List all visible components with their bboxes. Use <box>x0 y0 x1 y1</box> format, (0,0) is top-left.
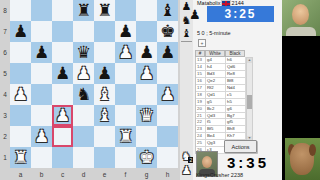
move-row[interactable]: 23Bf5Bh8 <box>196 126 246 133</box>
piece-bp-b6[interactable]: ♟ <box>31 42 52 63</box>
piece-br-d8[interactable]: ♜ <box>73 0 94 21</box>
piece-bq-d6[interactable]: ♛ <box>73 42 94 63</box>
square-a7[interactable]: ♟ <box>10 21 31 42</box>
move-row[interactable]: 18Qd1c5 <box>196 92 246 99</box>
piece-wp-g5[interactable]: ♟ <box>136 63 157 84</box>
piece-wp-h4[interactable]: ♟ <box>157 84 178 105</box>
bottom-player-name: KingsCrusher <box>196 172 229 178</box>
square-b8[interactable] <box>31 0 52 21</box>
black-move[interactable]: Qd6 <box>226 64 246 70</box>
move-header-white: White <box>205 50 225 57</box>
move-row[interactable]: 19g5h5 <box>196 99 246 106</box>
piece-wp-d5[interactable]: ♟ <box>73 63 94 84</box>
white-move[interactable]: Bc2 <box>206 106 226 112</box>
piece-bp-f7[interactable]: ♟ <box>115 21 136 42</box>
piece-bk-h7[interactable]: ♚ <box>157 21 178 42</box>
white-move[interactable]: h4 <box>206 64 226 70</box>
square-c5[interactable]: ♟ <box>52 63 73 84</box>
captured-black-bishop-icon: ♝ <box>180 27 193 40</box>
piece-wp-c3[interactable]: ♟ <box>52 105 73 126</box>
piece-bp-c5[interactable]: ♟ <box>52 63 73 84</box>
square-e1[interactable] <box>94 147 115 168</box>
time-control-label: 5 0 ; 5-minute <box>197 30 231 36</box>
white-move[interactable]: f5 <box>206 119 226 125</box>
square-c8[interactable] <box>52 0 73 21</box>
file-label-c: c <box>52 169 73 180</box>
square-h1[interactable] <box>157 147 178 168</box>
square-d1[interactable] <box>73 147 94 168</box>
file-label-h: h <box>157 169 178 180</box>
move-number: 20 <box>196 106 206 112</box>
square-b7[interactable] <box>31 21 52 42</box>
bottom-player-row: KingsCrusher 2238 <box>196 172 243 178</box>
square-d4[interactable]: ♞ <box>73 84 94 105</box>
square-e3[interactable]: ♝ <box>94 105 115 126</box>
black-move[interactable]: Bh8 <box>226 126 246 132</box>
square-b3[interactable] <box>31 105 52 126</box>
square-h6[interactable]: ♟ <box>157 42 178 63</box>
bottom-webcam-thumbnail <box>285 138 320 180</box>
piece-wq-g3[interactable]: ♛ <box>136 105 157 126</box>
square-g8[interactable] <box>136 0 157 21</box>
square-e6[interactable] <box>94 42 115 63</box>
scrollbar-thumb[interactable] <box>247 95 252 109</box>
square-g5[interactable]: ♟ <box>136 63 157 84</box>
square-e2[interactable] <box>94 126 115 147</box>
square-a2[interactable] <box>10 126 31 147</box>
square-e4[interactable]: ♝ <box>94 84 115 105</box>
white-move[interactable]: Bf5 <box>206 126 226 132</box>
square-h3[interactable] <box>157 105 178 126</box>
white-move[interactable]: Qe2 <box>206 78 226 84</box>
move-row[interactable]: 13g4h6 <box>196 57 246 64</box>
square-b5[interactable] <box>31 63 52 84</box>
move-number: 21 <box>196 113 206 119</box>
piece-wp-f6[interactable]: ♟ <box>115 42 136 63</box>
piece-wr-a1[interactable]: ♜ <box>10 147 31 168</box>
top-webcam-thumbnail <box>282 0 320 36</box>
square-d7[interactable] <box>73 21 94 42</box>
move-number: 18 <box>196 92 206 98</box>
square-f6[interactable]: ♟ <box>115 42 136 63</box>
move-row[interactable]: 14h4Qd6 <box>196 64 246 71</box>
piece-bb-h8[interactable]: ♝ <box>157 0 178 21</box>
move-header-number: # <box>195 50 205 57</box>
black-move[interactable]: g6 <box>226 106 246 112</box>
piece-wb-e4[interactable]: ♝ <box>94 84 115 105</box>
square-e8[interactable]: ♜ <box>94 0 115 21</box>
presenter-face <box>292 4 309 25</box>
black-move[interactable]: Bf8 <box>226 78 246 84</box>
captured-white-pawn-icon: ♟ <box>180 164 193 177</box>
move-row[interactable]: 21Qd3Bg7 <box>196 113 246 120</box>
move-header-black: Black <box>225 50 245 57</box>
square-f1[interactable] <box>115 147 136 168</box>
move-number: 22 <box>196 119 206 125</box>
square-f8[interactable] <box>115 0 136 21</box>
black-move[interactable]: Nd4 <box>226 85 246 91</box>
piece-bn-d4[interactable]: ♞ <box>73 84 94 105</box>
move-row[interactable]: 15Bd3Re8 <box>196 71 246 78</box>
square-h7[interactable]: ♚ <box>157 21 178 42</box>
square-h2[interactable] <box>157 126 178 147</box>
square-g1[interactable]: ♚ <box>136 147 157 168</box>
piece-bp-g6[interactable]: ♟ <box>136 42 157 63</box>
square-g4[interactable] <box>136 84 157 105</box>
piece-wr-f2[interactable]: ♜ <box>115 126 136 147</box>
rank-label-2: 2 <box>0 126 10 147</box>
piece-bp-a7[interactable]: ♟ <box>10 21 31 42</box>
move-row[interactable]: 16Qe2Bf8 <box>196 78 246 85</box>
scroll-up-icon[interactable]: ▲ <box>247 58 252 63</box>
square-e5[interactable]: ♟ <box>94 63 115 84</box>
piece-br-e8[interactable]: ♜ <box>94 0 115 21</box>
white-move[interactable]: Qd1 <box>206 92 226 98</box>
chess-board-area: ♜♜♝♟♟♚♟♛♟♟♟♟♟♟♟♟♞♝♟♟♝♛♟♜♜♚ 87654321 abcd… <box>0 0 180 180</box>
square-d3[interactable] <box>73 105 94 126</box>
move-number: 14 <box>196 64 206 70</box>
file-label-f: f <box>115 169 136 180</box>
move-list-scrollbar[interactable]: ▲ ▼ <box>246 57 253 142</box>
square-a1[interactable]: ♜ <box>10 147 31 168</box>
rank-label-7: 7 <box>0 21 10 42</box>
file-label-d: d <box>73 169 94 180</box>
square-b1[interactable] <box>31 147 52 168</box>
square-g2[interactable] <box>136 126 157 147</box>
expander-button[interactable]: + <box>198 39 206 47</box>
square-a4[interactable]: ♟ <box>10 84 31 105</box>
square-c6[interactable] <box>52 42 73 63</box>
square-b4[interactable] <box>31 84 52 105</box>
square-g7[interactable] <box>136 21 157 42</box>
move-number: 19 <box>196 99 206 105</box>
square-d6[interactable]: ♛ <box>73 42 94 63</box>
captured-divider <box>181 41 192 42</box>
white-move[interactable]: Qd3 <box>206 113 226 119</box>
square-b6[interactable]: ♟ <box>31 42 52 63</box>
black-move[interactable]: gf5 <box>226 119 246 125</box>
white-move[interactable]: Bd3 <box>206 71 226 77</box>
move-number: 17 <box>196 85 206 91</box>
black-move[interactable]: c5 <box>226 92 246 98</box>
file-label-g: g <box>136 169 157 180</box>
rank-label-4: 4 <box>0 84 10 105</box>
square-b2[interactable]: ♟ <box>31 126 52 147</box>
piece-wb-e3[interactable]: ♝ <box>94 105 115 126</box>
square-f7[interactable]: ♟ <box>115 21 136 42</box>
file-label-a: a <box>10 169 31 180</box>
move-row[interactable]: 20Bc2g6 <box>196 106 246 113</box>
piece-bp-h6[interactable]: ♟ <box>157 42 178 63</box>
square-f3[interactable] <box>115 105 136 126</box>
square-a5[interactable] <box>10 63 31 84</box>
rank-label-6: 6 <box>0 42 10 63</box>
piece-wp-b2[interactable]: ♟ <box>31 126 52 147</box>
square-d8[interactable]: ♜ <box>73 0 94 21</box>
square-f2[interactable]: ♜ <box>115 126 136 147</box>
move-number: 16 <box>196 78 206 84</box>
file-label-b: b <box>31 169 52 180</box>
white-move[interactable]: Rf2 <box>206 85 226 91</box>
black-move[interactable]: Re8 <box>226 71 246 77</box>
square-g6[interactable]: ♟ <box>136 42 157 63</box>
square-c2[interactable] <box>52 126 73 147</box>
square-g3[interactable]: ♛ <box>136 105 157 126</box>
white-move[interactable]: Qg3 <box>206 140 226 146</box>
square-d2[interactable] <box>73 126 94 147</box>
square-c1[interactable] <box>52 147 73 168</box>
move-number: 15 <box>196 71 206 77</box>
rank-label-1: 1 <box>0 147 10 168</box>
move-number: 13 <box>196 57 206 63</box>
top-player-clock: 3:25 <box>207 6 274 22</box>
white-move[interactable]: Be4 <box>206 133 226 139</box>
square-h5[interactable] <box>157 63 178 84</box>
square-c3[interactable]: ♟ <box>52 105 73 126</box>
chess-board[interactable]: ♜♜♝♟♟♚♟♛♟♟♟♟♟♟♟♟♞♝♟♟♝♛♟♜♜♚ <box>10 0 178 168</box>
move-number: 24 <box>196 133 206 139</box>
square-e7[interactable] <box>94 21 115 42</box>
square-h8[interactable]: ♝ <box>157 0 178 21</box>
rank-label-3: 3 <box>0 105 10 126</box>
black-move[interactable]: h5 <box>226 99 246 105</box>
rank-label-5: 5 <box>0 63 10 84</box>
white-move[interactable]: g4 <box>206 57 226 63</box>
move-row[interactable]: 22f5gf5 <box>196 119 246 126</box>
captured-pieces-strip: ♟ ♞ ♝ ♞ 2 ♟ <box>180 0 193 180</box>
black-move[interactable]: h6 <box>226 57 246 63</box>
white-move[interactable]: g5 <box>206 99 226 105</box>
file-label-e: e <box>94 169 115 180</box>
game-info-panel: Matabolix 2144 ♟ 3:25 5 0 ; 5-minute + #… <box>193 0 282 180</box>
move-row[interactable]: 17Rf2Nd4 <box>196 85 246 92</box>
rank-label-8: 8 <box>0 0 10 21</box>
square-a8[interactable] <box>10 0 31 21</box>
piece-bp-e5[interactable]: ♟ <box>94 63 115 84</box>
bottom-player-clock: 3:35 <box>219 152 277 172</box>
bottom-player-rating: 2238 <box>231 172 243 178</box>
presenter-shirt <box>286 27 316 36</box>
piece-wp-a4[interactable]: ♟ <box>10 84 31 105</box>
square-a3[interactable] <box>10 105 31 126</box>
square-h4[interactable]: ♟ <box>157 84 178 105</box>
avatar-face <box>202 156 212 168</box>
square-d5[interactable]: ♟ <box>73 63 94 84</box>
black-move[interactable]: Kh7 <box>226 133 246 139</box>
square-a6[interactable] <box>10 42 31 63</box>
dog-ear-right <box>309 144 316 156</box>
move-number: 23 <box>196 126 206 132</box>
square-c7[interactable] <box>52 21 73 42</box>
piece-wk-g1[interactable]: ♚ <box>136 147 157 168</box>
square-f4[interactable] <box>115 84 136 105</box>
black-move[interactable]: Bg7 <box>226 113 246 119</box>
black-side-pawn-icon: ♟ <box>189 7 201 22</box>
square-c4[interactable] <box>52 84 73 105</box>
square-f5[interactable] <box>115 63 136 84</box>
move-number: 25 <box>196 140 206 146</box>
